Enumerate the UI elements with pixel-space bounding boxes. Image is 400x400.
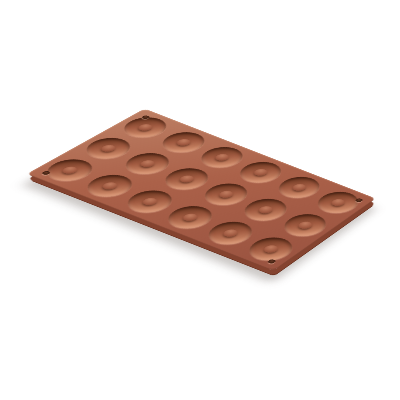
- cavity-center-post: [329, 198, 347, 207]
- cavity-center-post: [290, 183, 308, 192]
- silicone-mold: [27, 109, 377, 271]
- cavity-center-post: [138, 159, 157, 168]
- cavity-center-post: [99, 144, 118, 153]
- product-photo-stage: [0, 0, 400, 400]
- cavity-center-post: [221, 228, 240, 238]
- cavity-center-post: [296, 220, 314, 230]
- cavity-center-post: [180, 212, 199, 222]
- cavity-center-post: [256, 205, 275, 215]
- cavity-center-post: [213, 153, 231, 162]
- cavity-grid: [145, 109, 377, 199]
- cavity-center-post: [136, 123, 155, 132]
- mold-cavity-r1-c6: [310, 188, 366, 218]
- mold-cavity-r2-c6: [276, 210, 334, 241]
- cavity-center-post: [140, 197, 160, 207]
- cavity-center-post: [60, 165, 80, 175]
- cavity-center-post: [261, 244, 280, 254]
- cavity-center-post: [217, 190, 236, 200]
- cavity-center-post: [177, 174, 196, 183]
- cavity-center-post: [252, 168, 270, 177]
- cavity-center-post: [100, 181, 120, 191]
- cavity-center-post: [174, 138, 193, 147]
